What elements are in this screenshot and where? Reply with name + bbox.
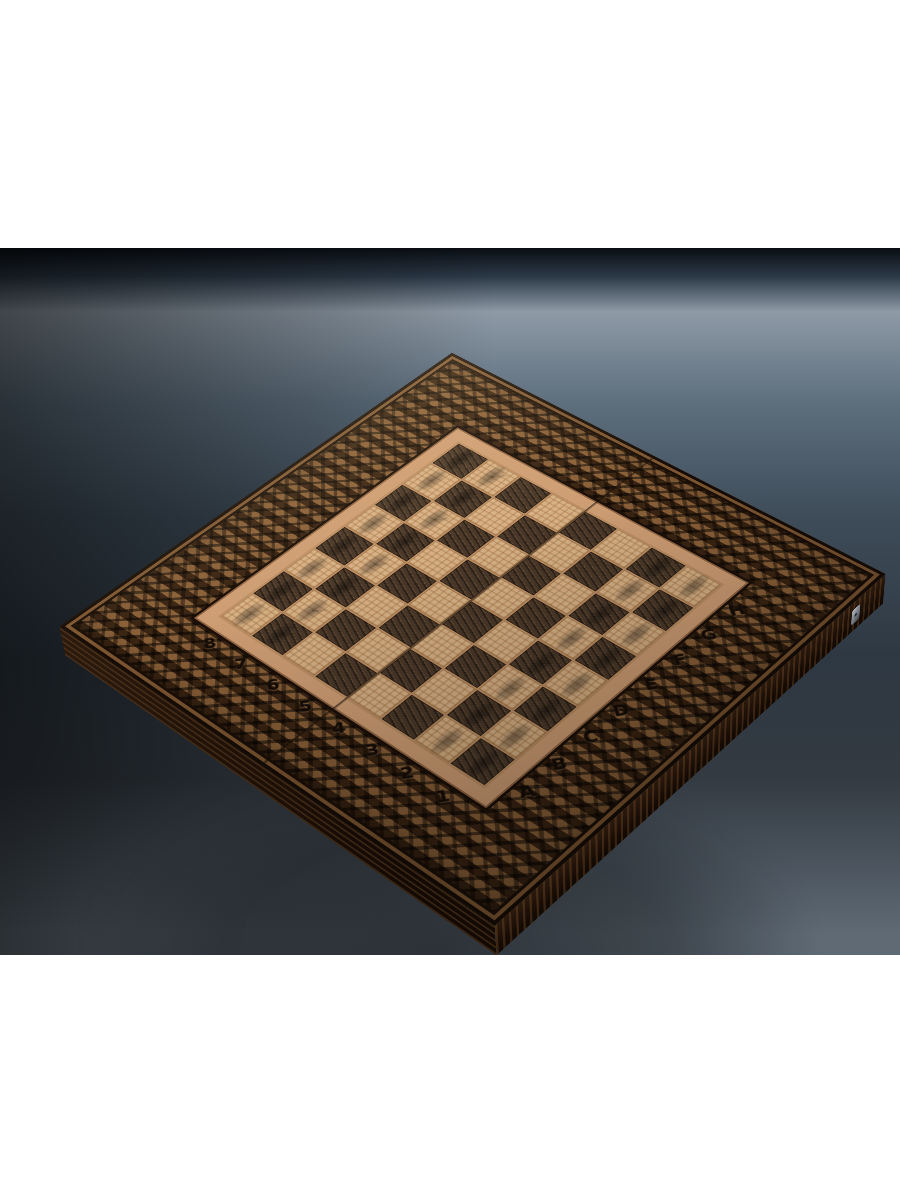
photo-backdrop: ABCDEFGH 87654321 ♜♞♝♛♚♝♞♜♟♟♟♟♟♟♟♟♟♟♟♟♟♟… (0, 248, 900, 955)
letterbox-top (0, 0, 900, 248)
letterbox-bottom (0, 955, 900, 1200)
metal-clasp-icon (851, 604, 860, 626)
